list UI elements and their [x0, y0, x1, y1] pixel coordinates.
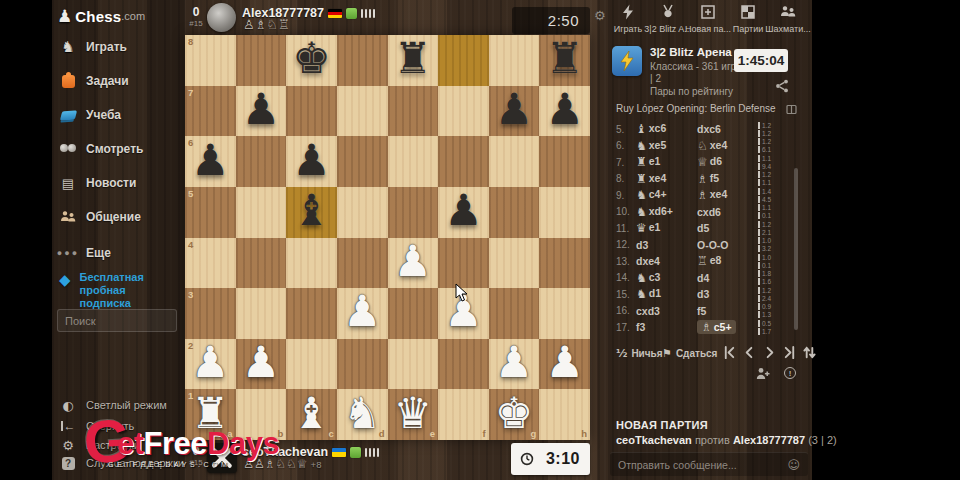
move-row: 7.♜e1♕d61.19.4 [608, 154, 800, 171]
move-times: 1.21.2 [758, 122, 796, 137]
membership-badge-icon [350, 447, 361, 458]
chat-input[interactable] [610, 459, 787, 471]
sidebar-item-label: Задачи [86, 74, 129, 88]
square-h8[interactable]: ♜ [539, 35, 590, 86]
white-pawn-g2[interactable]: ♟ [495, 341, 534, 384]
contrast-icon: ◐ [62, 398, 73, 413]
diamond-icon: ◆ [59, 271, 71, 310]
sidebar-item-label: Светлый режим [86, 399, 167, 411]
black-move[interactable]: d4 [697, 272, 758, 284]
captured-piece-icon: ♕ [297, 457, 308, 471]
binoculars-icon [60, 144, 76, 154]
square-b3[interactable] [236, 288, 287, 339]
move-times: 1.26.1 [758, 138, 796, 153]
rank-label: 3 [188, 289, 193, 300]
sidebar-item-label: Служба поддержки [86, 457, 184, 469]
square-h3[interactable] [539, 288, 590, 339]
move-piece-icon: ♕ [697, 155, 708, 169]
white-pawn-h2[interactable]: ♟ [545, 341, 584, 384]
sidebar-item-0[interactable]: ♞Играть [58, 36, 127, 58]
square-f2[interactable] [438, 339, 489, 390]
square-e6[interactable] [388, 136, 439, 187]
square-d6[interactable] [337, 136, 388, 187]
square-d3[interactable]: ♟ [337, 288, 388, 339]
black-move[interactable]: ♗c5+ [697, 320, 758, 334]
square-f8[interactable] [438, 35, 489, 86]
move-row: 6.♞xe5♘xe41.26.1 [608, 138, 800, 155]
puzzle-icon [62, 75, 75, 88]
emoji-icon[interactable]: ☺ [787, 458, 808, 472]
move-number: 9. [608, 190, 636, 201]
top-player-avatar[interactable] [207, 3, 236, 32]
square-b2[interactable]: ♟ [236, 339, 287, 390]
captured-piece-icon: ♖ [278, 17, 290, 32]
bottom-player-score: 0 [184, 444, 208, 458]
square-h6[interactable] [539, 136, 590, 187]
sidebar-item-label: Еще [86, 246, 111, 260]
file-label: f [483, 428, 486, 439]
newspaper-icon: ▤ [62, 176, 74, 191]
white-move[interactable]: cxd3 [636, 305, 697, 317]
arena-timer: 1:45:04 [734, 49, 788, 72]
move-piece-icon: ♗ [697, 188, 708, 202]
tab-Новая па...[interactable]: Новая па... [688, 4, 728, 34]
germany-flag-icon [328, 9, 342, 18]
black-move[interactable]: dxc6 [697, 123, 758, 135]
square-g6[interactable] [489, 136, 540, 187]
square-h7[interactable]: ♟ [539, 86, 590, 137]
square-g8[interactable] [489, 35, 540, 86]
players-icon [780, 4, 796, 20]
white-pawn-e4[interactable]: ♟ [394, 240, 433, 283]
white-move[interactable]: ♝xc6 [636, 122, 697, 136]
square-b4[interactable] [236, 238, 287, 289]
black-pawn-h7[interactable]: ♟ [545, 88, 584, 131]
new-game-header: НОВАЯ ПАРТИЯ [616, 419, 708, 431]
white-bishop-c1[interactable]: ♝ [292, 392, 331, 435]
square-d1[interactable]: d♞ [337, 389, 388, 440]
square-e5[interactable] [388, 187, 439, 238]
square-g5[interactable] [489, 187, 540, 238]
move-navigation [722, 345, 817, 360]
move-times: 1.21.1 [758, 171, 796, 186]
next-move-button[interactable] [762, 345, 777, 360]
move-row: 12.d3O-O-O1.03.2 [608, 237, 800, 254]
streak-bars [365, 448, 379, 457]
chesscom-logo[interactable]: ♟ Chess.com [57, 6, 145, 26]
tab-Играть[interactable]: Играть [608, 4, 648, 34]
chat-bar: ☺ [610, 452, 808, 476]
resign-flag-icon: ⚑ [662, 347, 672, 360]
move-times: 1.03.2 [758, 237, 796, 252]
square-e3[interactable] [388, 288, 439, 339]
pawn-icon: ♟ [57, 6, 72, 26]
rank-label: 4 [188, 239, 193, 250]
gear-icon: ⚙ [62, 438, 74, 453]
move-number: 11. [608, 223, 636, 234]
sidebar-item-4[interactable]: ▤Новости [58, 172, 136, 194]
resign-button[interactable]: ⚑ Сдаться [662, 347, 717, 360]
new-game-players: ceoTkachevan против Alex18777787 (3 | 2) [616, 434, 837, 446]
black-pawn-a6[interactable]: ♟ [191, 139, 230, 182]
white-move[interactable]: ♞xd6+ [636, 205, 697, 219]
membership-badge-icon [346, 8, 357, 19]
square-d5[interactable] [337, 187, 388, 238]
move-times: 1.19.4 [758, 155, 796, 170]
white-rook-a1[interactable]: ♜ [191, 392, 230, 435]
black-move[interactable]: cxd6 [697, 206, 758, 218]
move-row: 9.♞c4+♗xe41.44.5 [608, 187, 800, 204]
square-h1[interactable]: h [539, 389, 590, 440]
black-move[interactable]: ♗f5 [697, 172, 758, 186]
top-player-clock: 2:50 [512, 7, 590, 34]
white-move[interactable]: f3 [636, 321, 697, 333]
move-piece-icon: ♘ [697, 139, 708, 153]
move-row: 14.♞c3d41.81.6 [608, 270, 800, 287]
plus-icon [700, 4, 716, 20]
move-list: 5.♝xc6dxc61.21.26.♞xe5♘xe41.26.17.♜e1♕d6… [608, 121, 800, 336]
square-c4[interactable] [286, 238, 337, 289]
white-pawn-a2[interactable]: ♟ [191, 341, 230, 384]
white-move[interactable]: ♜e1 [636, 155, 697, 169]
black-move[interactable]: d5 [697, 222, 758, 234]
move-number: 13. [608, 256, 636, 267]
move-times: 1.22.1 [758, 221, 796, 236]
right-panel-tabs: Играть3|2 Blitz A...Новая па...ПартииШах… [608, 4, 808, 34]
graduation-cap-icon [59, 110, 76, 120]
people-icon [60, 209, 76, 225]
sidebar-item-label: Общение [86, 210, 141, 224]
captured-piece-icon: ♙ [243, 457, 254, 471]
opening-book-icon[interactable] [786, 104, 797, 115]
move-number: 8. [608, 173, 636, 184]
arena-pairing-info: Пары по рейтингу [650, 86, 733, 97]
captured-piece-icon: ♘ [286, 457, 297, 471]
move-number: 16. [608, 305, 636, 316]
square-c6[interactable]: ♟ [286, 136, 337, 187]
tab-Партии[interactable]: Партии [728, 4, 768, 34]
move-piece-icon: ♗ [701, 320, 712, 334]
help-icon: ? [62, 457, 75, 470]
captured-piece-icon: ♘ [275, 457, 286, 471]
move-piece-icon: ♞ [636, 205, 647, 219]
tab-3|2 Blitz A...[interactable]: 3|2 Blitz A... [648, 4, 688, 34]
move-row: 10.♞xd6+cxd61.10.1 [608, 204, 800, 221]
black-move[interactable]: d3 [697, 288, 758, 300]
square-f1[interactable]: f [438, 389, 489, 440]
file-label: c [329, 428, 334, 439]
sidebar-item-1[interactable]: Задачи [58, 70, 129, 92]
black-move[interactable]: O-O-O [697, 239, 758, 251]
square-e1[interactable]: e♛ [388, 389, 439, 440]
top-player-score: 0 [184, 5, 208, 19]
tab-label: Партии [733, 24, 763, 34]
move-times: 1.00.1 [758, 254, 796, 269]
rank-label: 2 [188, 340, 193, 351]
move-number: 7. [608, 157, 636, 168]
black-pawn-c6[interactable]: ♟ [292, 139, 331, 182]
move-number: 14. [608, 272, 636, 283]
square-f6[interactable] [438, 136, 489, 187]
white-knight-d1[interactable]: ♞ [343, 392, 382, 435]
move-row: 13.dxe4♖e81.00.1 [608, 253, 800, 270]
square-a1[interactable]: 1a♜ [185, 389, 236, 440]
arena-subtitle-2: | 2 [650, 73, 661, 84]
file-label: h [581, 428, 587, 439]
sidebar-item-0[interactable]: ◐Светлый режим [58, 394, 167, 416]
black-move[interactable]: ♕d6 [697, 155, 758, 169]
board-settings-gear-icon[interactable]: ⚙ [594, 8, 606, 23]
lightning-bolt-icon [619, 51, 635, 71]
square-h4[interactable] [539, 238, 590, 289]
white-move[interactable]: ♜xe4 [636, 172, 697, 186]
file-label: g [531, 428, 537, 439]
move-times: 0.51.7 [758, 320, 796, 335]
black-bishop-c5[interactable]: ♝ [292, 189, 331, 232]
ukraine-flag-icon [332, 448, 346, 457]
square-a3[interactable]: 3 [185, 288, 236, 339]
sidebar-item-label: Свернуть [86, 420, 134, 432]
move-piece-icon: ♜ [636, 172, 647, 186]
file-label: b [277, 428, 283, 439]
move-row: 11.♛e1d51.22.1 [608, 220, 800, 237]
move-number: 10. [608, 206, 636, 217]
move-piece-icon: ♞ [636, 139, 647, 153]
tab-label: Шахмати... [765, 24, 810, 34]
square-e2[interactable] [388, 339, 439, 390]
square-d7[interactable] [337, 86, 388, 137]
square-b6[interactable] [236, 136, 287, 187]
move-row: 15.♞d1d31.22.4 [608, 286, 800, 303]
opening-name[interactable]: Ruy López Opening: Berlin Defense [616, 103, 776, 114]
black-rook-h8[interactable]: ♜ [545, 37, 584, 80]
square-f5[interactable]: ♟ [438, 187, 489, 238]
white-queen-e1[interactable]: ♛ [394, 392, 433, 435]
black-pawn-f5[interactable]: ♟ [444, 189, 483, 232]
draw-button[interactable]: ½ Ничья [616, 347, 663, 360]
sidebar-item-label: Новости [86, 176, 136, 190]
sidebar-item-5[interactable]: Общение [58, 206, 141, 228]
white-move[interactable]: ♞c3 [636, 271, 697, 285]
square-a8[interactable]: 8 [185, 35, 236, 86]
captured-piece-icon: ♘ [266, 17, 278, 32]
new-game-black[interactable]: Alex18777787 [733, 434, 805, 446]
move-times: 1.44.5 [758, 188, 796, 203]
medal-icon [660, 4, 676, 20]
square-a6[interactable]: 6♟ [185, 136, 236, 187]
tab-Шахмати...[interactable]: Шахмати... [768, 4, 808, 34]
square-b8[interactable] [236, 35, 287, 86]
move-piece-icon: ♞ [636, 271, 647, 285]
black-move[interactable]: ♘xe4 [697, 139, 758, 153]
screen: ♟ Chess.com ♞ИгратьЗадачиУчебаСмотреть▤Н… [0, 0, 960, 480]
captured-piece-icon: ♗ [265, 457, 276, 471]
captured-piece-icon: ♙ [254, 457, 265, 471]
dots-icon: ●●● [57, 248, 79, 258]
rank-label: 1 [188, 390, 193, 401]
streak-bars [361, 9, 375, 18]
white-king-g1[interactable]: ♚ [495, 392, 534, 435]
top-captured-pieces: ♙♗♘♖ [243, 17, 290, 32]
captured-piece-icon: ♙ [243, 17, 255, 32]
black-move[interactable]: ♗xe4 [697, 188, 758, 202]
black-move[interactable]: ♖e8 [697, 254, 758, 268]
sidebar-item-3[interactable]: ?Служба поддержки [58, 452, 184, 474]
sidebar-item-label: Играть [86, 40, 127, 54]
bottom-captured-pieces: ♙♙♗♘♘♕+8 [243, 457, 321, 471]
logo-text: Chess [75, 8, 121, 25]
black-pawn-b7[interactable]: ♟ [242, 88, 281, 131]
white-move[interactable]: d3 [636, 239, 697, 251]
white-move[interactable]: dxe4 [636, 255, 697, 267]
sidebar-search [57, 309, 177, 332]
knight-icon: ♞ [61, 38, 74, 56]
move-row: 5.♝xc6dxc61.21.2 [608, 121, 800, 138]
bottom-player-avatar[interactable] [207, 443, 237, 473]
sidebar-item-label: Настройки [86, 439, 140, 451]
captured-piece-icon: ♗ [255, 17, 267, 32]
chess-board[interactable]: 8♚♜♜7♟♟♟6♟♟5♝♟4♟3♟♟2♟♟♟♟1a♜bc♝d♞e♛fg♚h [185, 35, 590, 440]
rank-label: 5 [188, 188, 193, 199]
rank-label: 8 [188, 36, 193, 47]
square-g3[interactable] [489, 288, 540, 339]
square-a7[interactable]: 7 [185, 86, 236, 137]
square-g4[interactable] [489, 238, 540, 289]
move-number: 17. [608, 322, 636, 333]
black-move[interactable]: f5 [697, 305, 758, 317]
sidebar-item-2[interactable]: Учеба [58, 104, 121, 126]
white-move[interactable]: ♞xe5 [636, 139, 697, 153]
black-pawn-g7[interactable]: ♟ [495, 88, 534, 131]
file-label: d [379, 428, 385, 439]
tab-label: Играть [614, 24, 642, 34]
prev-move-button[interactable] [742, 345, 757, 360]
share-icon[interactable] [775, 79, 789, 93]
black-king-c8[interactable]: ♚ [292, 37, 331, 80]
board-grid-icon [740, 4, 756, 20]
move-row: 16.cxd3f50.91.3 [608, 303, 800, 320]
white-pawn-d3[interactable]: ♟ [343, 290, 382, 333]
sidebar-item-3[interactable]: Смотреть [58, 138, 143, 160]
free-trial-label: Бесплатнаяпробнаяподписка [80, 271, 160, 310]
bottom-player-rank: #15 [182, 458, 210, 467]
move-piece-icon: ♖ [697, 254, 708, 268]
square-b1[interactable]: b [236, 389, 287, 440]
square-h2[interactable]: ♟ [539, 339, 590, 390]
square-d4[interactable] [337, 238, 388, 289]
white-pawn-f3[interactable]: ♟ [444, 290, 483, 333]
first-move-button[interactable] [722, 345, 737, 360]
rank-label: 6 [188, 137, 193, 148]
move-row: 8.♜xe4♗f51.21.1 [608, 171, 800, 188]
move-number: 15. [608, 289, 636, 300]
square-f7[interactable] [438, 86, 489, 137]
lightning-icon [620, 4, 636, 20]
sidebar-item-label: Учеба [86, 108, 121, 122]
top-player-rank: #15 [182, 19, 210, 28]
square-e4[interactable]: ♟ [388, 238, 439, 289]
free-trial-link[interactable]: ◆ Бесплатнаяпробнаяподписка [59, 271, 160, 310]
move-piece-icon: ♜ [636, 155, 647, 169]
rank-label: 7 [188, 87, 193, 98]
square-b7[interactable]: ♟ [236, 86, 287, 137]
square-c7[interactable] [286, 86, 337, 137]
search-input[interactable] [58, 310, 176, 331]
move-number: 12. [608, 239, 636, 250]
square-c8[interactable]: ♚ [286, 35, 337, 86]
move-number: 5. [608, 124, 636, 135]
black-rook-e8[interactable]: ♜ [394, 37, 433, 80]
move-piece-icon: ♞ [636, 188, 647, 202]
move-times: 0.91.3 [758, 303, 796, 318]
move-piece-icon: ♞ [636, 287, 647, 301]
arena-title: 3|2 Blitz Арена [650, 46, 732, 58]
move-times: 1.22.4 [758, 287, 796, 302]
file-label: a [227, 428, 232, 439]
report-icon[interactable]: ! [784, 367, 796, 380]
square-c3[interactable] [286, 288, 337, 339]
square-h5[interactable] [539, 187, 590, 238]
move-piece-icon: ♝ [636, 122, 647, 136]
square-d8[interactable] [337, 35, 388, 86]
game-action-icons: ! [756, 367, 796, 380]
square-a5[interactable]: 5 [185, 187, 236, 238]
square-g1[interactable]: g♚ [489, 389, 540, 440]
square-b5[interactable] [236, 187, 287, 238]
move-piece-icon: ♗ [697, 172, 708, 186]
square-c5[interactable]: ♝ [286, 187, 337, 238]
move-list-scrollbar[interactable] [794, 168, 798, 330]
tab-label: Новая па... [685, 24, 731, 34]
square-f3[interactable]: ♟ [438, 288, 489, 339]
new-game-white[interactable]: ceoTkachevan [616, 434, 692, 446]
white-move[interactable]: ♛e1 [636, 221, 697, 235]
move-piece-icon: ♛ [636, 221, 647, 235]
square-g2[interactable]: ♟ [489, 339, 540, 390]
square-e8[interactable]: ♜ [388, 35, 439, 86]
flip-board-button[interactable] [802, 345, 817, 360]
square-a4[interactable]: 4 [185, 238, 236, 289]
square-c2[interactable] [286, 339, 337, 390]
bottom-player-clock: 3:10 [511, 443, 590, 475]
move-times: 1.81.6 [758, 270, 796, 285]
square-f4[interactable] [438, 238, 489, 289]
white-move[interactable]: ♞c4+ [636, 188, 697, 202]
white-move[interactable]: ♞d1 [636, 287, 697, 301]
move-number: 6. [608, 140, 636, 151]
move-row: 17.f3♗c5+0.51.7 [608, 319, 800, 336]
square-g7[interactable]: ♟ [489, 86, 540, 137]
material-advantage: +8 [311, 459, 322, 470]
sidebar-item-6[interactable]: ●●●Еще [58, 242, 111, 264]
square-a2[interactable]: 2♟ [185, 339, 236, 390]
arena-icon [612, 46, 642, 76]
move-times: 1.10.1 [758, 204, 796, 219]
clock-icon [520, 452, 534, 466]
last-move-button[interactable] [782, 345, 797, 360]
white-pawn-b2[interactable]: ♟ [242, 341, 281, 384]
square-d2[interactable] [337, 339, 388, 390]
file-label: e [430, 428, 435, 439]
half-icon: ½ [616, 347, 627, 360]
add-friend-icon[interactable] [756, 367, 770, 380]
square-c1[interactable]: c♝ [286, 389, 337, 440]
sidebar-item-label: Смотреть [86, 142, 143, 156]
square-e7[interactable] [388, 86, 439, 137]
collapse-icon: ← [61, 421, 76, 431]
